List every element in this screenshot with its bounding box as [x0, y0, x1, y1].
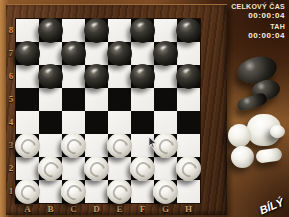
- black-man-piece[interactable]: [38, 18, 63, 43]
- square-e6[interactable]: [108, 65, 131, 88]
- square-h2[interactable]: [177, 157, 200, 180]
- white-man-piece[interactable]: [38, 156, 63, 181]
- square-c7[interactable]: [62, 42, 85, 65]
- total-time-value: 00:00:04: [231, 11, 285, 20]
- square-c6[interactable]: [62, 65, 85, 88]
- file-label-F: F: [131, 204, 154, 215]
- black-man-piece[interactable]: [84, 18, 109, 43]
- white-man-piece[interactable]: [107, 179, 132, 204]
- square-g6[interactable]: [154, 65, 177, 88]
- black-man-piece[interactable]: [130, 64, 155, 89]
- square-f5[interactable]: [131, 88, 154, 111]
- file-label-H: H: [177, 204, 200, 215]
- square-f1[interactable]: [131, 180, 154, 203]
- black-piece-decoration: [236, 92, 268, 113]
- square-d4[interactable]: [85, 111, 108, 134]
- square-d5[interactable]: [85, 88, 108, 111]
- white-man-piece[interactable]: [153, 179, 178, 204]
- square-b8[interactable]: [39, 19, 62, 42]
- black-man-piece[interactable]: [176, 64, 201, 89]
- square-b7[interactable]: [39, 42, 62, 65]
- square-h3[interactable]: [177, 134, 200, 157]
- white-man-piece[interactable]: [15, 133, 40, 158]
- square-e4[interactable]: [108, 111, 131, 134]
- black-man-piece[interactable]: [38, 64, 63, 89]
- rank-label-6: 6: [6, 65, 16, 88]
- file-label-C: C: [62, 204, 85, 215]
- total-time-label: CELKOVÝ ČAS: [231, 3, 285, 10]
- square-f2[interactable]: [131, 157, 154, 180]
- square-b2[interactable]: [39, 157, 62, 180]
- square-h7[interactable]: [177, 42, 200, 65]
- square-e1[interactable]: [108, 180, 131, 203]
- square-c5[interactable]: [62, 88, 85, 111]
- black-man-piece[interactable]: [61, 41, 86, 66]
- white-man-piece[interactable]: [61, 179, 86, 204]
- square-g8[interactable]: [154, 19, 177, 42]
- white-man-piece[interactable]: [15, 179, 40, 204]
- square-c3[interactable]: [62, 134, 85, 157]
- square-g5[interactable]: [154, 88, 177, 111]
- black-man-piece[interactable]: [153, 41, 178, 66]
- square-c8[interactable]: [62, 19, 85, 42]
- turn-indicator-white: BÍLÝ: [258, 196, 286, 217]
- square-e3[interactable]: [108, 134, 131, 157]
- white-man-piece[interactable]: [130, 156, 155, 181]
- white-man-piece[interactable]: [84, 156, 109, 181]
- square-b3[interactable]: [39, 134, 62, 157]
- square-a2[interactable]: [16, 157, 39, 180]
- square-g4[interactable]: [154, 111, 177, 134]
- timers-panel: CELKOVÝ ČAS 00:00:04 TAH 00:00:04: [231, 3, 285, 43]
- white-man-piece[interactable]: [61, 133, 86, 158]
- rank-label-5: 5: [6, 88, 16, 111]
- black-man-piece[interactable]: [84, 64, 109, 89]
- square-f6[interactable]: [131, 65, 154, 88]
- file-label-E: E: [108, 204, 131, 215]
- square-f7[interactable]: [131, 42, 154, 65]
- rank-label-4: 4: [6, 111, 16, 134]
- black-man-piece[interactable]: [15, 41, 40, 66]
- square-a6[interactable]: [16, 65, 39, 88]
- black-man-piece[interactable]: [107, 41, 132, 66]
- square-c1[interactable]: [62, 180, 85, 203]
- square-d6[interactable]: [85, 65, 108, 88]
- rank-label-8: 8: [6, 19, 16, 42]
- move-time-label: TAH: [231, 23, 285, 30]
- square-h1[interactable]: [177, 180, 200, 203]
- square-h8[interactable]: [177, 19, 200, 42]
- square-e8[interactable]: [108, 19, 131, 42]
- board-grid: [16, 19, 200, 203]
- white-piece-decoration: [231, 146, 254, 168]
- square-h4[interactable]: [177, 111, 200, 134]
- square-b5[interactable]: [39, 88, 62, 111]
- square-a7[interactable]: [16, 42, 39, 65]
- square-a1[interactable]: [16, 180, 39, 203]
- square-d2[interactable]: [85, 157, 108, 180]
- square-b1[interactable]: [39, 180, 62, 203]
- black-man-piece[interactable]: [176, 18, 201, 43]
- square-c2[interactable]: [62, 157, 85, 180]
- black-man-piece[interactable]: [130, 18, 155, 43]
- square-d1[interactable]: [85, 180, 108, 203]
- square-d7[interactable]: [85, 42, 108, 65]
- move-time-value: 00:00:04: [231, 31, 285, 40]
- square-d3[interactable]: [85, 134, 108, 157]
- white-piece-decoration: [228, 124, 251, 147]
- checkers-board: 87654321 ABCDEFGH: [5, 4, 227, 215]
- white-man-piece[interactable]: [176, 156, 201, 181]
- square-g1[interactable]: [154, 180, 177, 203]
- square-h6[interactable]: [177, 65, 200, 88]
- square-f8[interactable]: [131, 19, 154, 42]
- square-b4[interactable]: [39, 111, 62, 134]
- square-f4[interactable]: [131, 111, 154, 134]
- square-a3[interactable]: [16, 134, 39, 157]
- square-e2[interactable]: [108, 157, 131, 180]
- file-label-D: D: [85, 204, 108, 215]
- square-e7[interactable]: [108, 42, 131, 65]
- white-piece-decoration: [270, 125, 285, 138]
- square-a4[interactable]: [16, 111, 39, 134]
- square-b6[interactable]: [39, 65, 62, 88]
- square-g3[interactable]: [154, 134, 177, 157]
- square-g2[interactable]: [154, 157, 177, 180]
- square-a8[interactable]: [16, 19, 39, 42]
- square-e5[interactable]: [108, 88, 131, 111]
- white-piece-decoration: [255, 147, 283, 163]
- square-g7[interactable]: [154, 42, 177, 65]
- file-label-B: B: [39, 204, 62, 215]
- mouse-cursor-icon: [148, 137, 157, 149]
- square-a5[interactable]: [16, 88, 39, 111]
- file-label-A: A: [16, 204, 39, 215]
- white-man-piece[interactable]: [107, 133, 132, 158]
- square-c4[interactable]: [62, 111, 85, 134]
- game-window: 87654321 ABCDEFGH CELKOVÝ ČAS 00:00:04 T…: [0, 0, 289, 217]
- rank-label-2: 2: [6, 157, 16, 180]
- file-label-G: G: [154, 204, 177, 215]
- square-h5[interactable]: [177, 88, 200, 111]
- square-d8[interactable]: [85, 19, 108, 42]
